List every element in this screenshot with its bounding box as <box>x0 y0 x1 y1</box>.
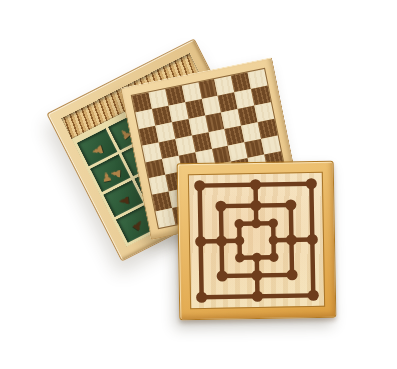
stored-piece[interactable]: ♟ <box>110 167 123 178</box>
morris-face <box>188 172 325 309</box>
morris-point-f6[interactable] <box>285 199 296 210</box>
morris-point-a4[interactable] <box>195 236 206 247</box>
morris-point-e3[interactable] <box>269 252 279 262</box>
morris-point-c5[interactable] <box>234 219 244 229</box>
morris-point-b6[interactable] <box>215 201 226 212</box>
morris-point-b2[interactable] <box>217 270 228 281</box>
morris-point-g7[interactable] <box>306 178 317 189</box>
morris-point-a1[interactable] <box>196 292 207 303</box>
morris-point-f2[interactable] <box>286 269 297 280</box>
stored-piece[interactable]: ♟ <box>90 143 106 158</box>
morris-point-d6[interactable] <box>250 200 261 211</box>
morris-point-d3[interactable] <box>252 253 262 263</box>
morris-point-g1[interactable] <box>308 290 319 301</box>
morris-board <box>177 161 337 321</box>
morris-point-d1[interactable] <box>252 291 263 302</box>
morris-point-b4[interactable] <box>216 235 227 246</box>
morris-point-d5[interactable] <box>251 219 261 229</box>
morris-point-c3[interactable] <box>235 253 245 263</box>
stored-piece[interactable]: ♟ <box>130 217 146 233</box>
morris-point-d2[interactable] <box>251 270 262 281</box>
morris-lines <box>189 173 324 308</box>
morris-point-d7[interactable] <box>250 179 261 190</box>
morris-point-f4[interactable] <box>286 234 297 245</box>
morris-point-e4[interactable] <box>269 235 279 245</box>
morris-point-a7[interactable] <box>194 180 205 191</box>
stored-piece[interactable]: ♟ <box>118 195 131 207</box>
morris-point-g4[interactable] <box>307 234 318 245</box>
morris-square-track <box>239 223 274 258</box>
morris-point-c4[interactable] <box>235 236 245 246</box>
morris-point-e5[interactable] <box>268 218 278 228</box>
product-photo: ♟♟♟♝♟♟♞♝♟♟♝♞♜♟♛♟ <box>0 0 397 369</box>
